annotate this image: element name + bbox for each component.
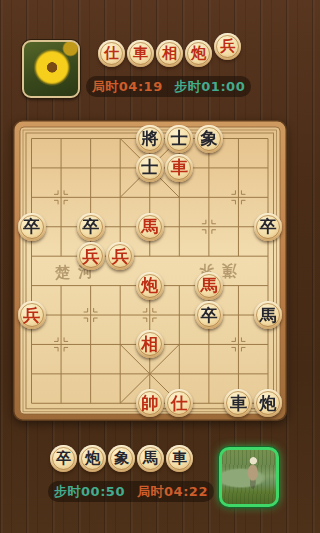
- opponent-timer-bar: 局时04:19 步时01:00: [86, 76, 251, 97]
- captured-piece-象: 象: [108, 445, 135, 472]
- piece-帥-r9c4[interactable]: 帥: [136, 389, 164, 417]
- player-timer-bar: 步时00:50 局时04:22: [48, 481, 214, 502]
- piece-卒-r3c0[interactable]: 卒: [18, 213, 46, 241]
- captured-piece-兵: 兵: [214, 33, 241, 60]
- player-captured-tray: 卒炮象馬車: [50, 445, 193, 472]
- piece-兵-r4c2[interactable]: 兵: [77, 242, 105, 270]
- captured-piece-炮: 炮: [185, 40, 212, 67]
- piece-相-r7c4[interactable]: 相: [136, 330, 164, 358]
- player-avatar[interactable]: [219, 447, 279, 507]
- captured-piece-車: 車: [127, 40, 154, 67]
- opponent-captured-tray: 仕車相炮兵: [98, 40, 241, 67]
- piece-車-r1c5[interactable]: 車: [165, 154, 193, 182]
- piece-象-r0c6[interactable]: 象: [195, 125, 223, 153]
- piece-卒-r3c8[interactable]: 卒: [254, 213, 282, 241]
- piece-卒-r6c6[interactable]: 卒: [195, 301, 223, 329]
- player-move-timer: 步时00:50: [54, 483, 125, 501]
- captured-piece-仕: 仕: [98, 40, 125, 67]
- piece-士-r0c5[interactable]: 士: [165, 125, 193, 153]
- captured-piece-車: 車: [166, 445, 193, 472]
- piece-士-r1c4[interactable]: 士: [136, 154, 164, 182]
- captured-piece-炮: 炮: [79, 445, 106, 472]
- opponent-game-timer: 局时04:19: [92, 78, 163, 96]
- opponent-avatar[interactable]: [22, 40, 80, 98]
- captured-piece-相: 相: [156, 40, 183, 67]
- piece-仕-r9c5[interactable]: 仕: [165, 389, 193, 417]
- piece-馬-r5c6[interactable]: 馬: [195, 272, 223, 300]
- player-game-timer: 局时04:22: [137, 483, 208, 501]
- piece-馬-r3c4[interactable]: 馬: [136, 213, 164, 241]
- opponent-move-timer: 步时01:00: [174, 78, 245, 96]
- piece-兵-r4c3[interactable]: 兵: [106, 242, 134, 270]
- piece-將-r0c4[interactable]: 將: [136, 125, 164, 153]
- captured-piece-馬: 馬: [137, 445, 164, 472]
- piece-車-r9c7[interactable]: 車: [224, 389, 252, 417]
- piece-炮-r5c4[interactable]: 炮: [136, 272, 164, 300]
- xiangqi-game-screen: { "game": "xiangqi", "top_player": { "av…: [0, 0, 300, 533]
- piece-馬-r6c8[interactable]: 馬: [254, 301, 282, 329]
- pieces-layer: 將士象士車卒卒馬卒兵兵炮馬兵卒馬相帥仕車炮: [13, 120, 287, 421]
- piece-炮-r9c8[interactable]: 炮: [254, 389, 282, 417]
- xiangqi-board[interactable]: 楚河 漢界 將士象士車卒卒馬卒兵兵炮馬兵卒馬相帥仕車炮: [13, 120, 287, 421]
- captured-piece-卒: 卒: [50, 445, 77, 472]
- piece-卒-r3c2[interactable]: 卒: [77, 213, 105, 241]
- piece-兵-r6c0[interactable]: 兵: [18, 301, 46, 329]
